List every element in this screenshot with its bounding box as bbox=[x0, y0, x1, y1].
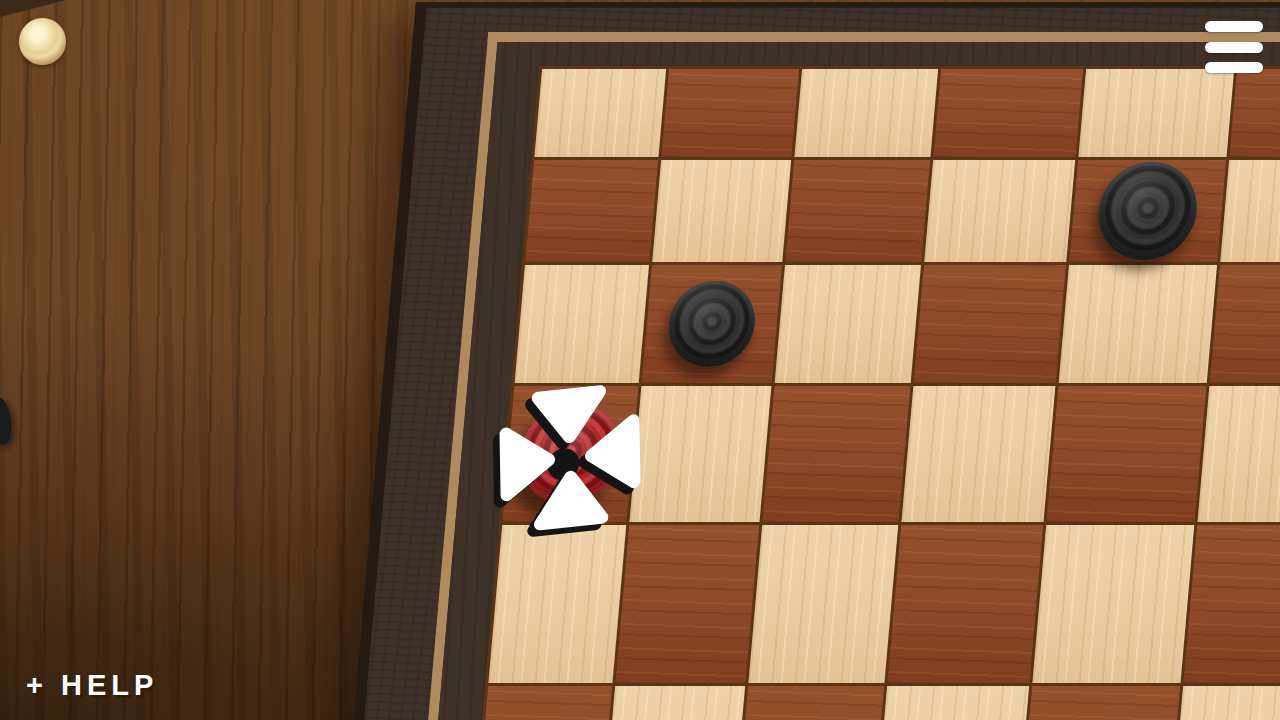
board-square-r6c3[interactable] bbox=[732, 686, 884, 720]
board-square-r3c6[interactable] bbox=[1210, 265, 1280, 383]
board-square-r6c2[interactable] bbox=[599, 686, 745, 720]
board-square-r1c6[interactable] bbox=[1229, 69, 1280, 157]
move-arrows-indicator[interactable] bbox=[486, 371, 654, 537]
board-square-r2c2[interactable] bbox=[652, 160, 791, 262]
board-square-r3c1[interactable] bbox=[515, 265, 649, 383]
board-square-r5c4[interactable] bbox=[887, 525, 1043, 683]
checkers-game-scene: + HELP bbox=[0, 0, 1280, 720]
board-square-r1c4[interactable] bbox=[933, 69, 1083, 157]
board-square-r3c5[interactable] bbox=[1059, 265, 1217, 383]
board-square-r1c3[interactable] bbox=[794, 69, 938, 157]
hamburger-menu-icon bbox=[1205, 62, 1263, 73]
board-square-r5c5[interactable] bbox=[1032, 525, 1194, 683]
hamburger-menu-icon bbox=[1205, 21, 1263, 32]
menu-button[interactable] bbox=[1205, 21, 1263, 73]
board-square-r6c1[interactable] bbox=[472, 686, 612, 720]
hamburger-menu-icon bbox=[1205, 42, 1263, 53]
board-square-r2c6[interactable] bbox=[1220, 160, 1280, 262]
black-checker-piece[interactable] bbox=[665, 281, 758, 367]
board-frame-inner bbox=[384, 42, 1280, 720]
board-square-r2c4[interactable] bbox=[924, 160, 1075, 262]
board-square-r6c6[interactable] bbox=[1167, 686, 1280, 720]
board-square-r1c5[interactable] bbox=[1078, 69, 1234, 157]
board-inlay-stripe bbox=[374, 32, 1280, 720]
board-square-r5c6[interactable] bbox=[1183, 525, 1280, 683]
board-square-r2c3[interactable] bbox=[785, 160, 930, 262]
board-square-r4c6[interactable] bbox=[1198, 386, 1280, 522]
board-square-r3c2[interactable] bbox=[642, 265, 782, 383]
board-square-r5c1[interactable] bbox=[488, 525, 626, 683]
board-frame-outer bbox=[299, 2, 1280, 720]
board-square-r4c4[interactable] bbox=[902, 386, 1056, 522]
board-square-r1c1[interactable] bbox=[534, 69, 666, 157]
board-square-r3c4[interactable] bbox=[914, 265, 1066, 383]
board-square-r6c5[interactable] bbox=[1016, 686, 1180, 720]
board-grid bbox=[428, 66, 1280, 720]
board-square-r4c1[interactable] bbox=[503, 386, 639, 522]
board-square-r3c3[interactable] bbox=[775, 265, 921, 383]
board-square-r6c4[interactable] bbox=[871, 686, 1029, 720]
board-square-r4c3[interactable] bbox=[763, 386, 911, 522]
board-square-r5c2[interactable] bbox=[615, 525, 759, 683]
black-checker-piece[interactable] bbox=[1095, 162, 1201, 260]
board-square-r4c5[interactable] bbox=[1047, 386, 1207, 522]
checkers-board bbox=[299, 2, 1280, 720]
board-square-r2c5[interactable] bbox=[1069, 160, 1226, 262]
board-square-r5c3[interactable] bbox=[748, 525, 898, 683]
board-square-r2c1[interactable] bbox=[525, 160, 658, 262]
board-square-r1c2[interactable] bbox=[661, 69, 799, 157]
cream-checker-disc-icon bbox=[19, 18, 66, 65]
help-button[interactable]: + HELP bbox=[26, 669, 158, 702]
